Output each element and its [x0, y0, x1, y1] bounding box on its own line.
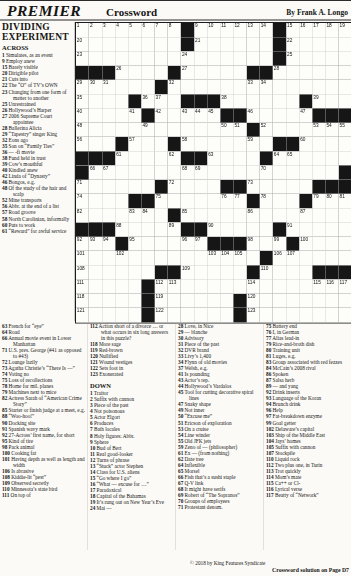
- grid-cell-r1c12[interactable]: 11: [221, 23, 234, 37]
- grid-cell-r6c7[interactable]: 37: [155, 94, 168, 108]
- grid-cell-r15c17[interactable]: 91: [286, 223, 299, 237]
- grid-cell-r6c21[interactable]: [339, 94, 351, 108]
- grid-cell-r11c4[interactable]: [115, 166, 128, 180]
- grid-cell-r20c7[interactable]: 119: [155, 294, 168, 308]
- grid-cell-r6c19[interactable]: 39: [313, 94, 326, 108]
- grid-cell-r8c16[interactable]: [273, 123, 286, 137]
- grid-cell-r8c18[interactable]: [299, 123, 312, 137]
- grid-cell-r10c17[interactable]: 65: [286, 151, 299, 165]
- grid-cell-r14c18[interactable]: 87: [299, 208, 312, 222]
- grid-cell-r15c20[interactable]: [326, 223, 339, 237]
- grid-cell-r11c7[interactable]: [155, 166, 168, 180]
- grid-cell-r9c2[interactable]: [89, 137, 102, 151]
- grid-cell-r18c11[interactable]: [207, 265, 220, 279]
- grid-cell-r6c13[interactable]: [234, 94, 247, 108]
- grid-cell-r19c15[interactable]: [260, 280, 273, 294]
- grid-cell-r19c12[interactable]: [221, 280, 234, 294]
- grid-cell-r7c11[interactable]: 45: [207, 109, 220, 123]
- grid-cell-r2c12[interactable]: [221, 37, 234, 51]
- grid-cell-r19c19[interactable]: 115: [313, 280, 326, 294]
- grid-cell-r15c7[interactable]: [155, 223, 168, 237]
- grid-cell-r8c2[interactable]: [89, 123, 102, 137]
- grid-cell-r21c2[interactable]: [89, 308, 102, 322]
- grid-cell-r5c10[interactable]: [194, 80, 207, 94]
- grid-cell-r11c6[interactable]: [142, 166, 155, 180]
- grid-cell-r3c18[interactable]: [299, 52, 312, 66]
- grid-cell-r18c2[interactable]: [89, 265, 102, 279]
- grid-cell-r14c20[interactable]: [326, 208, 339, 222]
- grid-cell-r8c8[interactable]: [168, 123, 181, 137]
- grid-cell-r15c18[interactable]: [299, 223, 312, 237]
- grid-cell-r1c20[interactable]: 18: [326, 23, 339, 37]
- grid-cell-r5c15[interactable]: 34: [260, 80, 273, 94]
- grid-cell-r10c5[interactable]: [129, 151, 142, 165]
- grid-cell-r20c5[interactable]: [129, 294, 142, 308]
- grid-cell-r11c9[interactable]: 68: [181, 166, 194, 180]
- grid-cell-r14c10[interactable]: [194, 208, 207, 222]
- grid-cell-r16c18[interactable]: 100: [299, 237, 312, 251]
- grid-cell-r3c14[interactable]: [247, 52, 260, 66]
- grid-cell-r16c2[interactable]: 93: [89, 237, 102, 251]
- grid-cell-r3c10[interactable]: [194, 52, 207, 66]
- grid-cell-r1c14[interactable]: 13: [247, 23, 260, 37]
- grid-cell-r11c12[interactable]: [221, 166, 234, 180]
- grid-cell-r8c21[interactable]: 55: [339, 123, 351, 137]
- grid-cell-r19c2[interactable]: [89, 280, 102, 294]
- grid-cell-r8c3[interactable]: [102, 123, 115, 137]
- grid-cell-r5c18[interactable]: [299, 80, 312, 94]
- grid-cell-r11c16[interactable]: [273, 166, 286, 180]
- grid-cell-r18c13[interactable]: [234, 265, 247, 279]
- grid-cell-r13c7[interactable]: 75: [155, 194, 168, 208]
- grid-cell-r17c14[interactable]: [247, 251, 260, 265]
- grid-cell-r5c14[interactable]: 33: [247, 80, 260, 94]
- grid-cell-r18c3[interactable]: [102, 265, 115, 279]
- grid-cell-r16c1[interactable]: 92: [76, 237, 89, 251]
- grid-cell-r17c18[interactable]: [299, 251, 312, 265]
- grid-cell-r2c2[interactable]: [89, 37, 102, 51]
- grid-cell-r1c3[interactable]: 3: [102, 23, 115, 37]
- grid-cell-r8c6[interactable]: 49: [142, 123, 155, 137]
- grid-cell-r20c2[interactable]: [89, 294, 102, 308]
- grid-cell-r19c9[interactable]: [181, 280, 194, 294]
- grid-cell-r4c11[interactable]: [207, 66, 220, 80]
- grid-cell-r21c17[interactable]: [286, 308, 299, 322]
- grid-cell-r9c13[interactable]: [234, 137, 247, 151]
- grid-cell-r17c21[interactable]: [339, 251, 351, 265]
- grid-cell-r19c7[interactable]: 112: [155, 280, 168, 294]
- grid-cell-r20c8[interactable]: [168, 294, 181, 308]
- grid-cell-r5c1[interactable]: 29: [76, 80, 89, 94]
- grid-cell-r9c7[interactable]: [155, 137, 168, 151]
- grid-cell-r6c8[interactable]: [168, 94, 181, 108]
- grid-cell-r4c16[interactable]: 28: [273, 66, 286, 80]
- grid-cell-r6c4[interactable]: [115, 94, 128, 108]
- grid-cell-r8c10[interactable]: [194, 123, 207, 137]
- grid-cell-r17c17[interactable]: 107: [286, 251, 299, 265]
- grid-cell-r12c4[interactable]: [115, 180, 128, 194]
- grid-cell-r6c3[interactable]: [102, 94, 115, 108]
- grid-cell-r21c3[interactable]: [102, 308, 115, 322]
- grid-cell-r7c10[interactable]: 44: [194, 109, 207, 123]
- grid-cell-r4c20[interactable]: [326, 66, 339, 80]
- grid-cell-r10c8[interactable]: 62: [168, 151, 181, 165]
- grid-cell-r14c6[interactable]: 84: [142, 208, 155, 222]
- grid-cell-r1c8[interactable]: 8: [168, 23, 181, 37]
- grid-cell-r19c17[interactable]: [286, 280, 299, 294]
- grid-cell-r18c17[interactable]: [286, 265, 299, 279]
- grid-cell-r6c17[interactable]: [286, 94, 299, 108]
- grid-cell-r18c10[interactable]: [194, 265, 207, 279]
- grid-cell-r6c14[interactable]: [247, 94, 260, 108]
- grid-cell-r2c7[interactable]: [155, 37, 168, 51]
- grid-cell-r7c17[interactable]: [286, 109, 299, 123]
- grid-cell-r11c18[interactable]: [299, 166, 312, 180]
- grid-cell-r2c3[interactable]: [102, 37, 115, 51]
- grid-cell-r13c16[interactable]: [273, 194, 286, 208]
- grid-cell-r11c3[interactable]: 67: [102, 166, 115, 180]
- grid-cell-r12c15[interactable]: [260, 180, 273, 194]
- grid-cell-r17c13[interactable]: 105: [234, 251, 247, 265]
- grid-cell-r21c8[interactable]: [168, 308, 181, 322]
- grid-cell-r8c19[interactable]: 53: [313, 123, 326, 137]
- grid-cell-r6c6[interactable]: 36: [142, 94, 155, 108]
- grid-cell-r9c10[interactable]: [194, 137, 207, 151]
- grid-cell-r16c21[interactable]: [339, 237, 351, 251]
- grid-cell-r11c14[interactable]: [247, 166, 260, 180]
- grid-cell-r14c19[interactable]: [313, 208, 326, 222]
- grid-cell-r3c20[interactable]: [326, 52, 339, 66]
- grid-cell-r10c20[interactable]: [326, 151, 339, 165]
- grid-cell-r21c18[interactable]: [299, 308, 312, 322]
- grid-cell-r5c5[interactable]: [129, 80, 142, 94]
- grid-cell-r11c17[interactable]: [286, 166, 299, 180]
- grid-cell-r7c16[interactable]: [273, 109, 286, 123]
- grid-cell-r9c12[interactable]: [221, 137, 234, 151]
- grid-cell-r4c4[interactable]: 26: [115, 66, 128, 80]
- grid-cell-r8c5[interactable]: [129, 123, 142, 137]
- grid-cell-r3c5[interactable]: [129, 52, 142, 66]
- grid-cell-r5c2[interactable]: 30: [89, 80, 102, 94]
- grid-cell-r4c12[interactable]: [221, 66, 234, 80]
- grid-cell-r19c18[interactable]: [299, 280, 312, 294]
- grid-cell-r16c10[interactable]: 97: [194, 237, 207, 251]
- grid-cell-r15c15[interactable]: [260, 223, 273, 237]
- grid-cell-r10c6[interactable]: [142, 151, 155, 165]
- grid-cell-r14c14[interactable]: 86: [247, 208, 260, 222]
- grid-cell-r1c7[interactable]: 7: [155, 23, 168, 37]
- grid-cell-r13c17[interactable]: [286, 194, 299, 208]
- grid-cell-r14c16[interactable]: [273, 208, 286, 222]
- grid-cell-r3c13[interactable]: [234, 52, 247, 66]
- grid-cell-r18c4[interactable]: [115, 265, 128, 279]
- grid-cell-r19c4[interactable]: [115, 280, 128, 294]
- grid-cell-r17c12[interactable]: 104: [221, 251, 234, 265]
- grid-cell-r2c8[interactable]: [168, 37, 181, 51]
- grid-cell-r11c19[interactable]: [313, 166, 326, 180]
- grid-cell-r15c6[interactable]: [142, 223, 155, 237]
- grid-cell-r16c6[interactable]: [142, 237, 155, 251]
- grid-cell-r1c21[interactable]: 19: [339, 23, 351, 37]
- grid-cell-r21c4[interactable]: [115, 308, 128, 322]
- grid-cell-r4c19[interactable]: [313, 66, 326, 80]
- grid-cell-r5c11[interactable]: [207, 80, 220, 94]
- grid-cell-r17c2[interactable]: [89, 251, 102, 265]
- grid-cell-r4c10[interactable]: [194, 66, 207, 80]
- grid-cell-r4c6[interactable]: [142, 66, 155, 80]
- grid-cell-r8c15[interactable]: 52: [260, 123, 273, 137]
- grid-cell-r21c16[interactable]: [273, 308, 286, 322]
- grid-cell-r12c5[interactable]: [129, 180, 142, 194]
- grid-cell-r1c5[interactable]: 5: [129, 23, 142, 37]
- grid-cell-r1c17[interactable]: 15: [286, 23, 299, 37]
- grid-cell-r1c11[interactable]: 10: [207, 23, 220, 37]
- grid-cell-r13c20[interactable]: 80: [326, 194, 339, 208]
- grid-cell-r12c11[interactable]: [207, 180, 220, 194]
- grid-cell-r10c14[interactable]: [247, 151, 260, 165]
- grid-cell-r10c16[interactable]: 64: [273, 151, 286, 165]
- grid-cell-r9c11[interactable]: [207, 137, 220, 151]
- grid-cell-r17c16[interactable]: 106: [273, 251, 286, 265]
- grid-cell-r21c7[interactable]: 122: [155, 308, 168, 322]
- grid-cell-r2c15[interactable]: [260, 37, 273, 51]
- grid-cell-r14c13[interactable]: [234, 208, 247, 222]
- grid-cell-r11c2[interactable]: 66: [89, 166, 102, 180]
- grid-cell-r6c16[interactable]: [273, 94, 286, 108]
- grid-cell-r18c9[interactable]: 109: [181, 265, 194, 279]
- grid-cell-r16c9[interactable]: 96: [181, 237, 194, 251]
- grid-cell-r10c7[interactable]: [155, 151, 168, 165]
- grid-cell-r16c19[interactable]: [313, 237, 326, 251]
- grid-cell-r10c4[interactable]: 61: [115, 151, 128, 165]
- grid-cell-r19c14[interactable]: 114: [247, 280, 260, 294]
- grid-cell-r3c15[interactable]: [260, 52, 273, 66]
- grid-cell-r19c16[interactable]: [273, 280, 286, 294]
- grid-cell-r2c10[interactable]: 21: [194, 37, 207, 51]
- grid-cell-r3c1[interactable]: 23: [76, 52, 89, 66]
- grid-cell-r17c9[interactable]: [181, 251, 194, 265]
- grid-cell-r19c1[interactable]: 111: [76, 280, 89, 294]
- grid-cell-r3c8[interactable]: [168, 52, 181, 66]
- grid-cell-r4c13[interactable]: [234, 66, 247, 80]
- grid-cell-r19c13[interactable]: [234, 280, 247, 294]
- grid-cell-r8c12[interactable]: 50: [221, 123, 234, 137]
- grid-cell-r3c7[interactable]: [155, 52, 168, 66]
- grid-cell-r7c7[interactable]: 42: [155, 109, 168, 123]
- grid-cell-r17c11[interactable]: 103: [207, 251, 220, 265]
- grid-cell-r4c17[interactable]: [286, 66, 299, 80]
- grid-cell-r14c9[interactable]: 85: [181, 208, 194, 222]
- grid-cell-r15c14[interactable]: [247, 223, 260, 237]
- grid-cell-r21c14[interactable]: 123: [247, 308, 260, 322]
- grid-cell-r3c11[interactable]: [207, 52, 220, 66]
- grid-cell-r2c6[interactable]: [142, 37, 155, 51]
- grid-cell-r3c3[interactable]: [102, 52, 115, 66]
- grid-cell-r7c3[interactable]: [102, 109, 115, 123]
- grid-cell-r11c20[interactable]: [326, 166, 339, 180]
- grid-cell-r14c1[interactable]: 82: [76, 208, 89, 222]
- grid-cell-r16c8[interactable]: [168, 237, 181, 251]
- grid-cell-r6c12[interactable]: 38: [221, 94, 234, 108]
- grid-cell-r17c20[interactable]: [326, 251, 339, 265]
- grid-cell-r20c15[interactable]: [260, 294, 273, 308]
- grid-cell-r2c1[interactable]: 20: [76, 37, 89, 51]
- grid-cell-r2c20[interactable]: [326, 37, 339, 51]
- grid-cell-r12c18[interactable]: [299, 180, 312, 194]
- grid-cell-r8c13[interactable]: 51: [234, 123, 247, 137]
- grid-cell-r9c1[interactable]: 56: [76, 137, 89, 151]
- grid-cell-r9c21[interactable]: [339, 137, 351, 151]
- grid-cell-r2c5[interactable]: [129, 37, 142, 51]
- grid-cell-r9c15[interactable]: [260, 137, 273, 151]
- grid-cell-r13c10[interactable]: [194, 194, 207, 208]
- grid-cell-r8c9[interactable]: [181, 123, 194, 137]
- grid-cell-r1c4[interactable]: 4: [115, 23, 128, 37]
- grid-cell-r20c21[interactable]: [339, 294, 351, 308]
- grid-cell-r4c21[interactable]: [339, 66, 351, 80]
- grid-cell-r1c13[interactable]: 12: [234, 23, 247, 37]
- grid-cell-r19c11[interactable]: [207, 280, 220, 294]
- grid-cell-r18c15[interactable]: 110: [260, 265, 273, 279]
- grid-cell-r13c3[interactable]: [102, 194, 115, 208]
- grid-cell-r13c19[interactable]: 79: [313, 194, 326, 208]
- grid-cell-r11c5[interactable]: [129, 166, 142, 180]
- grid-cell-r17c8[interactable]: [168, 251, 181, 265]
- grid-cell-r13c21[interactable]: 81: [339, 194, 351, 208]
- grid-cell-r3c2[interactable]: [89, 52, 102, 66]
- grid-cell-r9c19[interactable]: [313, 137, 326, 151]
- grid-cell-r17c6[interactable]: [142, 251, 155, 265]
- grid-cell-r3c9[interactable]: 24: [181, 52, 194, 66]
- grid-cell-r9c20[interactable]: [326, 137, 339, 151]
- grid-cell-r18c5[interactable]: [129, 265, 142, 279]
- grid-cell-r4c18[interactable]: [299, 66, 312, 80]
- grid-cell-r14c12[interactable]: [221, 208, 234, 222]
- grid-cell-r4c9[interactable]: 27: [181, 66, 194, 80]
- grid-cell-r17c3[interactable]: [102, 251, 115, 265]
- grid-cell-r1c15[interactable]: 14: [260, 23, 273, 37]
- grid-cell-r19c21[interactable]: 117: [339, 280, 351, 294]
- grid-cell-r17c1[interactable]: 101: [76, 251, 89, 265]
- grid-cell-r7c8[interactable]: [168, 109, 181, 123]
- grid-cell-r20c14[interactable]: 120: [247, 294, 260, 308]
- grid-cell-r21c5[interactable]: [129, 308, 142, 322]
- grid-cell-r15c12[interactable]: [221, 223, 234, 237]
- grid-cell-r3c6[interactable]: [142, 52, 155, 66]
- grid-cell-r12c16[interactable]: [273, 180, 286, 194]
- grid-cell-r10c12[interactable]: [221, 151, 234, 165]
- grid-cell-r12c14[interactable]: 73: [247, 180, 260, 194]
- grid-cell-r7c4[interactable]: [115, 109, 128, 123]
- grid-cell-r6c2[interactable]: [89, 94, 102, 108]
- grid-cell-r6c15[interactable]: [260, 94, 273, 108]
- grid-cell-r16c5[interactable]: 95: [129, 237, 142, 251]
- grid-cell-r20c16[interactable]: [273, 294, 286, 308]
- grid-cell-r20c3[interactable]: [102, 294, 115, 308]
- grid-cell-r20c19[interactable]: [313, 294, 326, 308]
- grid-cell-r8c17[interactable]: [286, 123, 299, 137]
- grid-cell-r13c12[interactable]: 76: [221, 194, 234, 208]
- grid-cell-r1c2[interactable]: 2: [89, 23, 102, 37]
- grid-cell-r1c18[interactable]: 16: [299, 23, 312, 37]
- grid-cell-r16c7[interactable]: [155, 237, 168, 251]
- grid-cell-r14c5[interactable]: 83: [129, 208, 142, 222]
- grid-cell-r5c8[interactable]: 32: [168, 80, 181, 94]
- grid-cell-r15c19[interactable]: [313, 223, 326, 237]
- grid-cell-r13c1[interactable]: 74: [76, 194, 89, 208]
- grid-cell-r13c13[interactable]: 77: [234, 194, 247, 208]
- grid-cell-r20c4[interactable]: [115, 294, 128, 308]
- grid-cell-r12c8[interactable]: 72: [168, 180, 181, 194]
- grid-cell-r1c10[interactable]: 9: [194, 23, 207, 37]
- grid-cell-r7c14[interactable]: 46: [247, 109, 260, 123]
- grid-cell-r16c3[interactable]: 94: [102, 237, 115, 251]
- grid-cell-r13c9[interactable]: [181, 194, 194, 208]
- grid-cell-r21c11[interactable]: [207, 308, 220, 322]
- grid-cell-r7c15[interactable]: [260, 109, 273, 123]
- grid-cell-r21c9[interactable]: [181, 308, 194, 322]
- grid-cell-r9c5[interactable]: 57: [129, 137, 142, 151]
- grid-cell-r12c3[interactable]: [102, 180, 115, 194]
- grid-cell-r14c4[interactable]: [115, 208, 128, 222]
- grid-cell-r12c2[interactable]: [89, 180, 102, 194]
- grid-cell-r10c18[interactable]: [299, 151, 312, 165]
- grid-cell-r20c12[interactable]: [221, 294, 234, 308]
- grid-cell-r5c13[interactable]: [234, 80, 247, 94]
- grid-cell-r15c21[interactable]: [339, 223, 351, 237]
- grid-cell-r14c11[interactable]: [207, 208, 220, 222]
- grid-cell-r15c11[interactable]: 90: [207, 223, 220, 237]
- grid-cell-r18c18[interactable]: [299, 265, 312, 279]
- grid-cell-r11c13[interactable]: [234, 166, 247, 180]
- grid-cell-r21c1[interactable]: 121: [76, 308, 89, 322]
- grid-cell-r6c1[interactable]: 35: [76, 94, 89, 108]
- grid-cell-r5c4[interactable]: [115, 80, 128, 94]
- grid-cell-r9c6[interactable]: [142, 137, 155, 151]
- grid-cell-r3c12[interactable]: [221, 52, 234, 66]
- grid-cell-r3c21[interactable]: [339, 52, 351, 66]
- grid-cell-r17c5[interactable]: [129, 251, 142, 265]
- grid-cell-r9c3[interactable]: [102, 137, 115, 151]
- grid-cell-r19c10[interactable]: [194, 280, 207, 294]
- grid-cell-r14c7[interactable]: [155, 208, 168, 222]
- grid-cell-r16c20[interactable]: [326, 237, 339, 251]
- grid-cell-r18c16[interactable]: [273, 265, 286, 279]
- grid-cell-r14c15[interactable]: [260, 208, 273, 222]
- grid-cell-r20c18[interactable]: [299, 294, 312, 308]
- grid-cell-r8c7[interactable]: [155, 123, 168, 137]
- grid-cell-r2c21[interactable]: [339, 37, 351, 51]
- grid-cell-r11c11[interactable]: [207, 166, 220, 180]
- grid-cell-r15c4[interactable]: 88: [115, 223, 128, 237]
- grid-cell-r2c11[interactable]: [207, 37, 220, 51]
- grid-cell-r7c5[interactable]: 41: [129, 109, 142, 123]
- grid-cell-r12c1[interactable]: 71: [76, 180, 89, 194]
- grid-cell-r3c17[interactable]: 25: [286, 52, 299, 66]
- grid-cell-r2c4[interactable]: [115, 37, 128, 51]
- grid-cell-r1c6[interactable]: 6: [142, 23, 155, 37]
- grid-cell-r2c13[interactable]: [234, 37, 247, 51]
- grid-cell-r5c19[interactable]: [313, 80, 326, 94]
- grid-cell-r14c3[interactable]: [102, 208, 115, 222]
- grid-cell-r9c9[interactable]: 58: [181, 137, 194, 151]
- grid-cell-r5c21[interactable]: [339, 80, 351, 94]
- grid-cell-r21c19[interactable]: [313, 308, 326, 322]
- grid-cell-r18c12[interactable]: [221, 265, 234, 279]
- grid-cell-r5c6[interactable]: [142, 80, 155, 94]
- grid-cell-r20c9[interactable]: [181, 294, 194, 308]
- grid-cell-r20c1[interactable]: 118: [76, 294, 89, 308]
